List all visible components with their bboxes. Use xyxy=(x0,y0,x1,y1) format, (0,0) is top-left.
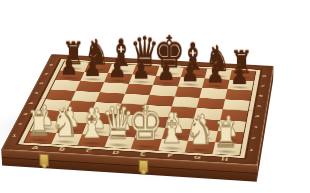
piece-white-rook-h1[interactable]: ♜ xyxy=(206,117,247,152)
brass-clasp-center xyxy=(138,160,148,173)
chess-set-photo: ABCDEFGH1122334455667788 ♜♞♝♛♚♝♞♜♟♟♟♟♟♟♟… xyxy=(0,0,310,193)
board-box: ABCDEFGH1122334455667788 ♜♞♝♛♚♝♞♜♟♟♟♟♟♟♟… xyxy=(1,54,273,165)
brass-clasp-left xyxy=(39,154,49,167)
piece-black-pawn-h7[interactable]: ♟ xyxy=(221,62,258,88)
